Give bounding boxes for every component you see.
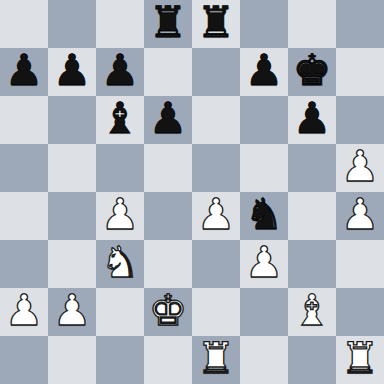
square-g1[interactable] [288, 336, 336, 384]
piece-black-pawn[interactable]: ♟ [53, 46, 92, 94]
square-h7[interactable] [336, 48, 384, 96]
piece-white-knight[interactable]: ♞ [101, 238, 140, 286]
piece-black-bishop[interactable]: ♝ [101, 94, 140, 142]
square-d3[interactable] [144, 240, 192, 288]
square-a3[interactable] [0, 240, 48, 288]
square-b8[interactable] [48, 0, 96, 48]
square-a8[interactable] [0, 0, 48, 48]
piece-white-pawn[interactable]: ♟ [341, 190, 380, 238]
square-h3[interactable] [336, 240, 384, 288]
piece-black-knight[interactable]: ♞ [245, 190, 284, 238]
square-h6[interactable] [336, 96, 384, 144]
square-d2[interactable]: ♚ [144, 288, 192, 336]
piece-black-pawn[interactable]: ♟ [149, 94, 188, 142]
square-a4[interactable] [0, 192, 48, 240]
square-b3[interactable] [48, 240, 96, 288]
square-c8[interactable] [96, 0, 144, 48]
square-g8[interactable] [288, 0, 336, 48]
square-a7[interactable]: ♟ [0, 48, 48, 96]
square-b5[interactable] [48, 144, 96, 192]
square-e4[interactable]: ♟ [192, 192, 240, 240]
square-d4[interactable] [144, 192, 192, 240]
square-h2[interactable] [336, 288, 384, 336]
square-h5[interactable]: ♟ [336, 144, 384, 192]
piece-white-pawn[interactable]: ♟ [101, 190, 140, 238]
square-e2[interactable] [192, 288, 240, 336]
square-b4[interactable] [48, 192, 96, 240]
piece-white-pawn[interactable]: ♟ [5, 286, 44, 334]
square-c6[interactable]: ♝ [96, 96, 144, 144]
square-g5[interactable] [288, 144, 336, 192]
square-g2[interactable]: ♝ [288, 288, 336, 336]
square-c5[interactable] [96, 144, 144, 192]
square-f5[interactable] [240, 144, 288, 192]
square-e5[interactable] [192, 144, 240, 192]
chess-board: ♜♜♟♟♟♟♚♝♟♟♟♟♟♞♟♞♟♟♟♚♝♜♜ [0, 0, 384, 384]
square-b1[interactable] [48, 336, 96, 384]
square-f6[interactable] [240, 96, 288, 144]
square-e8[interactable]: ♜ [192, 0, 240, 48]
square-g4[interactable] [288, 192, 336, 240]
square-e6[interactable] [192, 96, 240, 144]
square-a1[interactable] [0, 336, 48, 384]
piece-black-rook[interactable]: ♜ [197, 0, 236, 46]
piece-white-pawn[interactable]: ♟ [197, 190, 236, 238]
square-b7[interactable]: ♟ [48, 48, 96, 96]
square-e3[interactable] [192, 240, 240, 288]
piece-black-king[interactable]: ♚ [293, 46, 332, 94]
square-e1[interactable]: ♜ [192, 336, 240, 384]
square-c3[interactable]: ♞ [96, 240, 144, 288]
piece-black-pawn[interactable]: ♟ [101, 46, 140, 94]
piece-white-bishop[interactable]: ♝ [293, 286, 332, 334]
square-b2[interactable]: ♟ [48, 288, 96, 336]
square-c7[interactable]: ♟ [96, 48, 144, 96]
square-g7[interactable]: ♚ [288, 48, 336, 96]
square-f2[interactable] [240, 288, 288, 336]
square-d5[interactable] [144, 144, 192, 192]
piece-black-pawn[interactable]: ♟ [293, 94, 332, 142]
square-f3[interactable]: ♟ [240, 240, 288, 288]
piece-black-pawn[interactable]: ♟ [245, 46, 284, 94]
square-f7[interactable]: ♟ [240, 48, 288, 96]
square-h4[interactable]: ♟ [336, 192, 384, 240]
piece-white-pawn[interactable]: ♟ [341, 142, 380, 190]
square-c1[interactable] [96, 336, 144, 384]
piece-black-rook[interactable]: ♜ [149, 0, 188, 46]
square-d6[interactable]: ♟ [144, 96, 192, 144]
piece-white-rook[interactable]: ♜ [197, 334, 236, 382]
square-f1[interactable] [240, 336, 288, 384]
square-a6[interactable] [0, 96, 48, 144]
piece-white-pawn[interactable]: ♟ [245, 238, 284, 286]
piece-white-pawn[interactable]: ♟ [53, 286, 92, 334]
square-g3[interactable] [288, 240, 336, 288]
square-b6[interactable] [48, 96, 96, 144]
square-c4[interactable]: ♟ [96, 192, 144, 240]
square-g6[interactable]: ♟ [288, 96, 336, 144]
piece-white-rook[interactable]: ♜ [341, 334, 380, 382]
piece-white-king[interactable]: ♚ [149, 286, 188, 334]
square-d8[interactable]: ♜ [144, 0, 192, 48]
square-f8[interactable] [240, 0, 288, 48]
square-f4[interactable]: ♞ [240, 192, 288, 240]
square-a5[interactable] [0, 144, 48, 192]
square-e7[interactable] [192, 48, 240, 96]
square-h8[interactable] [336, 0, 384, 48]
square-d7[interactable] [144, 48, 192, 96]
piece-black-pawn[interactable]: ♟ [5, 46, 44, 94]
square-c2[interactable] [96, 288, 144, 336]
square-d1[interactable] [144, 336, 192, 384]
square-h1[interactable]: ♜ [336, 336, 384, 384]
square-a2[interactable]: ♟ [0, 288, 48, 336]
